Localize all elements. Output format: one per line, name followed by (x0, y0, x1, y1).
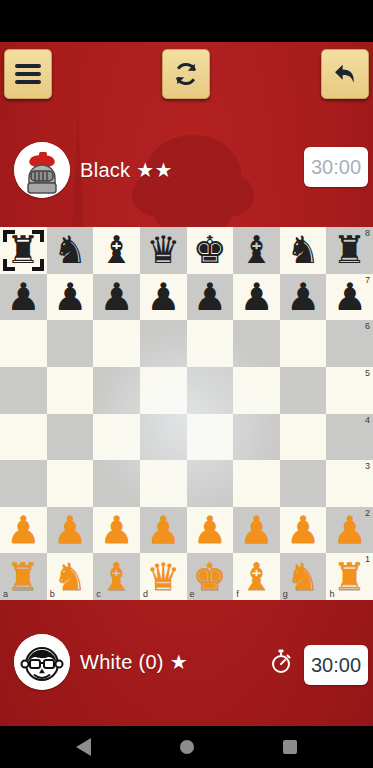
rank-label-8: 8 (365, 228, 370, 238)
square-g4[interactable] (280, 414, 327, 461)
black-piece-p: ♟ (100, 278, 134, 316)
square-b2[interactable]: ♟ (47, 507, 94, 554)
square-d4[interactable] (140, 414, 187, 461)
square-e1[interactable]: ♚e (187, 553, 234, 600)
square-b8[interactable]: ♞ (47, 227, 94, 274)
knight-helmet-icon (14, 142, 70, 198)
square-e6[interactable] (187, 320, 234, 367)
black-piece-q: ♛ (146, 231, 180, 269)
white-piece-p: ♟ (193, 511, 227, 549)
white-player-label: White (0) ★ (80, 650, 188, 674)
file-label-f: f (236, 589, 239, 599)
black-piece-r: ♜ (333, 231, 367, 269)
square-d8[interactable]: ♛ (140, 227, 187, 274)
refresh-icon (172, 60, 200, 88)
white-piece-p: ♟ (146, 511, 180, 549)
black-piece-b: ♝ (239, 231, 273, 269)
square-h6[interactable]: 6 (326, 320, 373, 367)
black-clock: 30:00 (304, 147, 368, 187)
square-g2[interactable]: ♟ (280, 507, 327, 554)
square-g7[interactable]: ♟ (280, 274, 327, 321)
square-f2[interactable]: ♟ (233, 507, 280, 554)
rank-label-2: 2 (365, 508, 370, 518)
file-label-c: c (96, 589, 101, 599)
black-piece-r: ♜ (6, 231, 40, 269)
square-g5[interactable] (280, 367, 327, 414)
square-b5[interactable] (47, 367, 94, 414)
square-g1[interactable]: ♞g (280, 553, 327, 600)
black-piece-p: ♟ (286, 278, 320, 316)
square-e3[interactable] (187, 460, 234, 507)
white-piece-p: ♟ (53, 511, 87, 549)
android-status-bar (0, 0, 373, 42)
square-a2[interactable]: ♟ (0, 507, 47, 554)
nav-back-icon[interactable] (76, 738, 91, 756)
black-piece-p: ♟ (53, 278, 87, 316)
nav-home-icon[interactable] (180, 740, 194, 754)
square-g8[interactable]: ♞ (280, 227, 327, 274)
white-avatar (14, 634, 70, 690)
square-c5[interactable] (93, 367, 140, 414)
rank-label-1: 1 (365, 554, 370, 564)
square-d1[interactable]: ♛d (140, 553, 187, 600)
square-h2[interactable]: ♟2 (326, 507, 373, 554)
nav-recents-icon[interactable] (283, 740, 297, 754)
white-piece-b: ♝ (100, 558, 134, 596)
square-e8[interactable]: ♚ (187, 227, 234, 274)
chess-board: ♜♞♝♛♚♝♞♜8♟♟♟♟♟♟♟♟76543♟♟♟♟♟♟♟♟2♜a♞b♝c♛d♚… (0, 227, 373, 600)
black-piece-k: ♚ (193, 231, 227, 269)
square-h5[interactable]: 5 (326, 367, 373, 414)
hamburger-icon (15, 64, 41, 84)
square-f5[interactable] (233, 367, 280, 414)
square-b7[interactable]: ♟ (47, 274, 94, 321)
square-e5[interactable] (187, 367, 234, 414)
black-piece-p: ♟ (193, 278, 227, 316)
file-label-g: g (283, 589, 288, 599)
square-a3[interactable] (0, 460, 47, 507)
white-piece-p: ♟ (333, 511, 367, 549)
white-piece-r: ♜ (6, 558, 40, 596)
square-h8[interactable]: ♜8 (326, 227, 373, 274)
square-f6[interactable] (233, 320, 280, 367)
square-c1[interactable]: ♝c (93, 553, 140, 600)
white-piece-n: ♞ (286, 558, 320, 596)
rank-label-5: 5 (365, 368, 370, 378)
white-clock-time: 30:00 (311, 654, 361, 677)
square-d7[interactable]: ♟ (140, 274, 187, 321)
file-label-a: a (3, 589, 8, 599)
black-player-label: Black ★★ (80, 158, 173, 182)
square-b3[interactable] (47, 460, 94, 507)
square-a1[interactable]: ♜a (0, 553, 47, 600)
black-piece-n: ♞ (286, 231, 320, 269)
file-label-d: d (143, 589, 148, 599)
square-b1[interactable]: ♞b (47, 553, 94, 600)
square-e7[interactable]: ♟ (187, 274, 234, 321)
square-e2[interactable]: ♟ (187, 507, 234, 554)
undo-button[interactable] (321, 49, 369, 99)
square-a4[interactable] (0, 414, 47, 461)
square-g6[interactable] (280, 320, 327, 367)
black-piece-p: ♟ (6, 278, 40, 316)
rank-label-6: 6 (365, 321, 370, 331)
white-piece-p: ♟ (100, 511, 134, 549)
square-b4[interactable] (47, 414, 94, 461)
square-g3[interactable] (280, 460, 327, 507)
file-label-b: b (50, 589, 55, 599)
undo-arrow-icon (331, 60, 359, 88)
black-piece-n: ♞ (53, 231, 87, 269)
rank-label-4: 4 (365, 415, 370, 425)
square-c2[interactable]: ♟ (93, 507, 140, 554)
file-label-e: e (190, 589, 195, 599)
black-piece-p: ♟ (333, 278, 367, 316)
white-clock: 30:00 (304, 645, 368, 685)
black-player-row: Black ★★ 30:00 (14, 142, 368, 198)
black-avatar (14, 142, 70, 198)
white-piece-p: ♟ (6, 511, 40, 549)
refresh-button[interactable] (162, 49, 210, 99)
white-piece-p: ♟ (286, 511, 320, 549)
white-piece-p: ♟ (239, 511, 273, 549)
square-f7[interactable]: ♟ (233, 274, 280, 321)
square-f3[interactable] (233, 460, 280, 507)
square-a5[interactable] (0, 367, 47, 414)
rank-label-7: 7 (365, 275, 370, 285)
square-a6[interactable] (0, 320, 47, 367)
square-d3[interactable] (140, 460, 187, 507)
stopwatch-icon (270, 649, 292, 675)
rank-label-3: 3 (365, 461, 370, 471)
black-piece-p: ♟ (146, 278, 180, 316)
square-a7[interactable]: ♟ (0, 274, 47, 321)
nerd-face-icon (14, 634, 70, 690)
square-c6[interactable] (93, 320, 140, 367)
black-piece-p: ♟ (239, 278, 273, 316)
square-h1[interactable]: ♜1h (326, 553, 373, 600)
white-piece-b: ♝ (239, 558, 273, 596)
square-c4[interactable] (93, 414, 140, 461)
square-c8[interactable]: ♝ (93, 227, 140, 274)
square-f1[interactable]: ♝f (233, 553, 280, 600)
white-player-row: White (0) ★ 30:00 (14, 634, 368, 690)
square-f8[interactable]: ♝ (233, 227, 280, 274)
menu-button[interactable] (4, 49, 52, 99)
app-screen: Black ★★ 30:00 ♜♞♝♛♚♝♞♜8♟♟♟♟♟♟♟♟76543♟♟♟… (0, 0, 373, 768)
square-d5[interactable] (140, 367, 187, 414)
white-piece-n: ♞ (53, 558, 87, 596)
square-b6[interactable] (47, 320, 94, 367)
square-h7[interactable]: ♟7 (326, 274, 373, 321)
square-d2[interactable]: ♟ (140, 507, 187, 554)
square-a8[interactable]: ♜ (0, 227, 47, 274)
black-piece-b: ♝ (100, 231, 134, 269)
black-clock-time: 30:00 (311, 156, 361, 179)
white-piece-q: ♛ (146, 558, 180, 596)
file-label-h: h (329, 589, 334, 599)
square-h3[interactable]: 3 (326, 460, 373, 507)
square-f4[interactable] (233, 414, 280, 461)
square-e4[interactable] (187, 414, 234, 461)
android-nav-bar (0, 726, 373, 768)
square-d6[interactable] (140, 320, 187, 367)
square-h4[interactable]: 4 (326, 414, 373, 461)
square-c7[interactable]: ♟ (93, 274, 140, 321)
white-piece-k: ♚ (193, 558, 227, 596)
white-piece-r: ♜ (333, 558, 367, 596)
square-c3[interactable] (93, 460, 140, 507)
